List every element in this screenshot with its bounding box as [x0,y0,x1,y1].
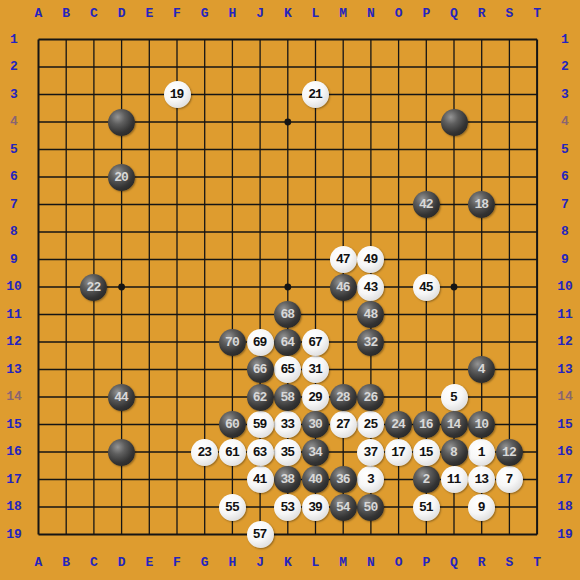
stone-black-N18: 50 [357,494,384,521]
move-number: 44 [114,390,128,405]
row-label-right-11: 11 [551,307,579,323]
stone-white-J12: 69 [247,329,274,356]
stone-white-G16: 23 [191,439,218,466]
stone-black-H15: 60 [219,411,246,438]
col-label-bottom-H: H [223,555,241,571]
move-number: 33 [280,417,294,432]
row-label-left-13: 13 [1,362,27,378]
stone-white-P16: 15 [413,439,440,466]
stone-black-C10: 22 [80,274,107,301]
row-label-right-19: 19 [551,527,579,543]
stone-white-Q17: 11 [441,466,468,493]
row-label-right-1: 1 [551,32,579,48]
move-number: 51 [419,500,433,515]
stone-black-N12: 32 [357,329,384,356]
move-number: 70 [225,335,239,350]
row-label-right-8: 8 [551,224,579,240]
stone-black-M17: 36 [330,466,357,493]
row-label-left-1: 1 [1,32,27,48]
move-number: 11 [447,472,461,487]
move-number: 7 [505,472,512,487]
stone-black-R7: 18 [468,191,495,218]
stone-black-N14: 26 [357,384,384,411]
col-label-bottom-R: R [473,555,491,571]
star-point [284,284,291,291]
stone-white-N10: 43 [357,274,384,301]
stone-white-R16: 1 [468,439,495,466]
move-number: 20 [114,170,128,185]
row-label-right-3: 3 [551,87,579,103]
row-label-right-6: 6 [551,169,579,185]
row-label-right-16: 16 [551,444,579,460]
stone-black-P15: 16 [413,411,440,438]
stone-white-N16: 37 [357,439,384,466]
col-label-bottom-M: M [334,555,352,571]
row-label-right-18: 18 [551,499,579,515]
stone-white-R17: 13 [468,466,495,493]
move-number: 61 [225,445,239,460]
move-number: 13 [474,472,488,487]
stone-black-M10: 46 [330,274,357,301]
stone-white-Q14: 5 [441,384,468,411]
stone-white-H16: 61 [219,439,246,466]
col-label-bottom-G: G [196,555,214,571]
stone-black-L15: 30 [302,411,329,438]
move-number: 39 [308,500,322,515]
row-label-right-17: 17 [551,472,579,488]
star-point [118,284,125,291]
col-label-top-J: J [251,6,269,22]
row-label-left-19: 19 [1,527,27,543]
col-label-top-K: K [279,6,297,22]
move-number: 16 [419,417,433,432]
col-label-top-T: T [528,6,546,22]
stone-black-H12: 70 [219,329,246,356]
stone-white-M9: 47 [330,246,357,273]
col-label-top-M: M [334,6,352,22]
col-label-bottom-B: B [57,555,75,571]
row-label-left-10: 10 [1,279,27,295]
stone-black-J13: 66 [247,356,274,383]
move-number: 31 [308,362,322,377]
col-label-top-A: A [30,6,48,22]
stone-white-J16: 63 [247,439,274,466]
move-number: 21 [308,87,322,102]
move-number: 59 [253,417,267,432]
move-number: 64 [280,335,294,350]
col-label-top-C: C [85,6,103,22]
col-label-top-E: E [140,6,158,22]
row-label-right-2: 2 [551,59,579,75]
row-label-right-14: 14 [551,389,579,405]
stone-black-Q16: 8 [441,439,468,466]
row-label-left-8: 8 [1,224,27,240]
stone-white-L12: 67 [302,329,329,356]
row-label-left-9: 9 [1,252,27,268]
stone-white-P18: 51 [413,494,440,521]
move-number: 37 [364,445,378,460]
stone-white-F3: 19 [164,81,191,108]
stone-black-K14: 58 [274,384,301,411]
move-number: 69 [253,335,267,350]
stone-black-S16: 12 [496,439,523,466]
move-number: 54 [336,500,350,515]
move-number: 47 [336,252,350,267]
move-number: 57 [253,527,267,542]
col-label-bottom-C: C [85,555,103,571]
col-label-top-Q: Q [445,6,463,22]
move-number: 55 [225,500,239,515]
stone-white-L18: 39 [302,494,329,521]
stone-black-D14: 44 [108,384,135,411]
move-number: 41 [253,472,267,487]
col-label-bottom-T: T [528,555,546,571]
move-number: 2 [422,472,429,487]
row-label-right-15: 15 [551,417,579,433]
col-label-top-N: N [362,6,380,22]
col-label-top-B: B [57,6,75,22]
stone-black-P17: 2 [413,466,440,493]
move-number: 18 [474,197,488,212]
stone-black-L16: 34 [302,439,329,466]
move-number: 14 [447,417,461,432]
move-number: 28 [336,390,350,405]
stone-white-J17: 41 [247,466,274,493]
stone-white-K18: 53 [274,494,301,521]
col-label-bottom-D: D [113,555,131,571]
col-label-bottom-L: L [307,555,325,571]
move-number: 19 [170,87,184,102]
stone-white-H18: 55 [219,494,246,521]
go-board[interactable]: AABBCCDDEEFFGGHHJJKKLLMMNNOOPPQQRRSSTT11… [0,0,580,580]
col-label-bottom-P: P [417,555,435,571]
col-label-bottom-F: F [168,555,186,571]
move-number: 9 [478,500,485,515]
stone-white-L3: 21 [302,81,329,108]
stone-white-J15: 59 [247,411,274,438]
row-label-right-5: 5 [551,142,579,158]
stone-black-L17: 40 [302,466,329,493]
move-number: 23 [197,445,211,460]
stone-white-J19: 57 [247,521,274,548]
stone-black-Q4 [441,109,468,136]
col-label-bottom-K: K [279,555,297,571]
row-label-left-12: 12 [1,334,27,350]
move-number: 45 [419,280,433,295]
move-number: 26 [364,390,378,405]
move-number: 25 [364,417,378,432]
col-label-top-S: S [500,6,518,22]
col-label-bottom-O: O [390,555,408,571]
stone-black-P7: 42 [413,191,440,218]
move-number: 32 [364,335,378,350]
stone-black-R15: 10 [468,411,495,438]
move-number: 30 [308,417,322,432]
stone-black-Q15: 14 [441,411,468,438]
col-label-top-O: O [390,6,408,22]
move-number: 42 [419,197,433,212]
col-label-bottom-N: N [362,555,380,571]
stone-white-M15: 27 [330,411,357,438]
move-number: 50 [364,500,378,515]
row-label-right-10: 10 [551,279,579,295]
move-number: 62 [253,390,267,405]
col-label-top-F: F [168,6,186,22]
stone-black-M14: 28 [330,384,357,411]
stone-white-P10: 45 [413,274,440,301]
star-point [451,284,458,291]
stone-white-O16: 17 [385,439,412,466]
row-label-left-2: 2 [1,59,27,75]
col-label-top-L: L [307,6,325,22]
star-point [284,119,291,126]
row-label-left-6: 6 [1,169,27,185]
move-number: 63 [253,445,267,460]
stone-black-D4 [108,109,135,136]
row-label-left-18: 18 [1,499,27,515]
stone-black-O15: 24 [385,411,412,438]
move-number: 36 [336,472,350,487]
row-label-right-9: 9 [551,252,579,268]
col-label-top-H: H [223,6,241,22]
row-label-left-5: 5 [1,142,27,158]
row-label-left-3: 3 [1,87,27,103]
move-number: 15 [419,445,433,460]
move-number: 12 [502,445,516,460]
move-number: 67 [308,335,322,350]
move-number: 38 [280,472,294,487]
move-number: 60 [225,417,239,432]
row-label-left-17: 17 [1,472,27,488]
row-label-left-15: 15 [1,417,27,433]
move-number: 40 [308,472,322,487]
row-label-right-7: 7 [551,197,579,213]
move-number: 48 [364,307,378,322]
row-label-left-4: 4 [1,114,27,130]
move-number: 65 [280,362,294,377]
move-number: 27 [336,417,350,432]
move-number: 68 [280,307,294,322]
move-number: 49 [364,252,378,267]
stone-black-R13: 4 [468,356,495,383]
move-number: 24 [391,417,405,432]
move-number: 35 [280,445,294,460]
move-number: 22 [87,280,101,295]
move-number: 29 [308,390,322,405]
move-number: 3 [367,472,374,487]
stone-black-M18: 54 [330,494,357,521]
col-label-top-R: R [473,6,491,22]
stone-white-K16: 35 [274,439,301,466]
stone-white-L13: 31 [302,356,329,383]
col-label-bottom-Q: Q [445,555,463,571]
move-number: 10 [474,417,488,432]
row-label-right-12: 12 [551,334,579,350]
col-label-top-G: G [196,6,214,22]
row-label-left-16: 16 [1,444,27,460]
move-number: 34 [308,445,322,460]
move-number: 17 [391,445,405,460]
stone-white-R18: 9 [468,494,495,521]
stone-black-D6: 20 [108,164,135,191]
move-number: 46 [336,280,350,295]
stone-black-J14: 62 [247,384,274,411]
col-label-bottom-A: A [30,555,48,571]
stone-black-K12: 64 [274,329,301,356]
col-label-top-P: P [417,6,435,22]
move-number: 53 [280,500,294,515]
stone-black-D16 [108,439,135,466]
row-label-left-14: 14 [1,389,27,405]
row-label-right-4: 4 [551,114,579,130]
col-label-bottom-E: E [140,555,158,571]
col-label-bottom-S: S [500,555,518,571]
row-label-left-7: 7 [1,197,27,213]
row-label-right-13: 13 [551,362,579,378]
stone-white-L14: 29 [302,384,329,411]
move-number: 66 [253,362,267,377]
row-label-left-11: 11 [1,307,27,323]
stone-white-S17: 7 [496,466,523,493]
move-number: 43 [364,280,378,295]
move-number: 1 [478,445,485,460]
col-label-bottom-J: J [251,555,269,571]
move-number: 4 [478,362,485,377]
move-number: 5 [450,390,457,405]
move-number: 8 [450,445,457,460]
move-number: 58 [280,390,294,405]
col-label-top-D: D [113,6,131,22]
